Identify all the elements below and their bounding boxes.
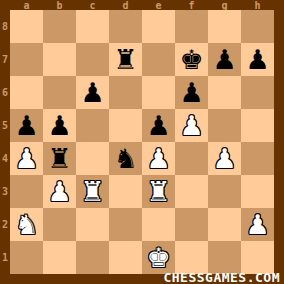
chess-board: ♜♚♟♟♟♟♟♟♟♟♟♜♞♟♟♟♜♜♞♟♚: [10, 10, 274, 274]
square-f3[interactable]: [175, 175, 208, 208]
square-f8[interactable]: [175, 10, 208, 43]
white-knight: ♞: [14, 208, 38, 241]
square-h6[interactable]: [241, 76, 274, 109]
square-e4[interactable]: ♟: [142, 142, 175, 175]
square-c7[interactable]: [76, 43, 109, 76]
square-h2[interactable]: ♟: [241, 208, 274, 241]
square-d6[interactable]: [109, 76, 142, 109]
white-pawn: ♟: [179, 109, 203, 142]
black-pawn: ♟: [80, 76, 104, 109]
black-pawn: ♟: [245, 43, 269, 76]
black-pawn: ♟: [179, 76, 203, 109]
square-d8[interactable]: [109, 10, 142, 43]
square-a6[interactable]: [10, 76, 43, 109]
square-h5[interactable]: [241, 109, 274, 142]
square-e2[interactable]: [142, 208, 175, 241]
square-h3[interactable]: [241, 175, 274, 208]
square-d5[interactable]: [109, 109, 142, 142]
black-pawn: ♟: [14, 109, 38, 142]
white-pawn: ♟: [14, 142, 38, 175]
square-h8[interactable]: [241, 10, 274, 43]
square-c5[interactable]: [76, 109, 109, 142]
white-pawn: ♟: [146, 142, 170, 175]
square-f5[interactable]: ♟: [175, 109, 208, 142]
square-d3[interactable]: [109, 175, 142, 208]
square-f6[interactable]: ♟: [175, 76, 208, 109]
rank-labels: 8 7 6 5 4 3 2 1: [0, 10, 10, 274]
square-b6[interactable]: [43, 76, 76, 109]
square-f7[interactable]: ♚: [175, 43, 208, 76]
square-c3[interactable]: ♜: [76, 175, 109, 208]
square-e6[interactable]: [142, 76, 175, 109]
square-b2[interactable]: [43, 208, 76, 241]
white-rook: ♜: [146, 175, 170, 208]
rank-label-5: 5: [0, 109, 10, 142]
rank-label-4: 4: [0, 142, 10, 175]
square-e3[interactable]: ♜: [142, 175, 175, 208]
black-pawn: ♟: [47, 109, 71, 142]
square-b7[interactable]: [43, 43, 76, 76]
square-e8[interactable]: [142, 10, 175, 43]
square-a7[interactable]: [10, 43, 43, 76]
square-a2[interactable]: ♞: [10, 208, 43, 241]
black-rook: ♜: [113, 43, 137, 76]
square-b8[interactable]: [43, 10, 76, 43]
square-d2[interactable]: [109, 208, 142, 241]
square-g5[interactable]: [208, 109, 241, 142]
square-a3[interactable]: [10, 175, 43, 208]
square-a8[interactable]: [10, 10, 43, 43]
square-f2[interactable]: [175, 208, 208, 241]
square-h4[interactable]: [241, 142, 274, 175]
black-pawn: ♟: [146, 109, 170, 142]
square-c8[interactable]: [76, 10, 109, 43]
square-e7[interactable]: [142, 43, 175, 76]
file-labels: a b c d e f g h: [10, 0, 274, 10]
square-g6[interactable]: [208, 76, 241, 109]
square-g4[interactable]: ♟: [208, 142, 241, 175]
square-g3[interactable]: [208, 175, 241, 208]
square-e5[interactable]: ♟: [142, 109, 175, 142]
square-d7[interactable]: ♜: [109, 43, 142, 76]
rank-label-8: 8: [0, 10, 10, 43]
square-c4[interactable]: [76, 142, 109, 175]
square-b4[interactable]: ♜: [43, 142, 76, 175]
square-b3[interactable]: ♟: [43, 175, 76, 208]
rank-label-3: 3: [0, 175, 10, 208]
square-c2[interactable]: [76, 208, 109, 241]
square-g8[interactable]: [208, 10, 241, 43]
square-a1[interactable]: [10, 241, 43, 274]
square-h7[interactable]: ♟: [241, 43, 274, 76]
square-d1[interactable]: [109, 241, 142, 274]
chess-diagram: a b c d e f g h 8 7 6 5 4 3 2 1 ♜♚♟♟♟♟♟♟…: [0, 0, 284, 284]
rank-label-1: 1: [0, 241, 10, 274]
square-a4[interactable]: ♟: [10, 142, 43, 175]
rank-label-6: 6: [0, 76, 10, 109]
black-pawn: ♟: [212, 43, 236, 76]
site-watermark: CHESSGAMES.COM: [163, 273, 280, 283]
white-pawn: ♟: [212, 142, 236, 175]
square-a5[interactable]: ♟: [10, 109, 43, 142]
square-b1[interactable]: [43, 241, 76, 274]
rank-label-7: 7: [0, 43, 10, 76]
black-king: ♚: [179, 43, 203, 76]
white-pawn: ♟: [47, 175, 71, 208]
black-rook: ♜: [47, 142, 71, 175]
square-b5[interactable]: ♟: [43, 109, 76, 142]
rank-label-2: 2: [0, 208, 10, 241]
black-knight: ♞: [113, 142, 137, 175]
white-pawn: ♟: [245, 208, 269, 241]
white-rook: ♜: [80, 175, 104, 208]
square-g7[interactable]: ♟: [208, 43, 241, 76]
square-c1[interactable]: [76, 241, 109, 274]
square-g2[interactable]: [208, 208, 241, 241]
square-c6[interactable]: ♟: [76, 76, 109, 109]
square-f4[interactable]: [175, 142, 208, 175]
square-d4[interactable]: ♞: [109, 142, 142, 175]
